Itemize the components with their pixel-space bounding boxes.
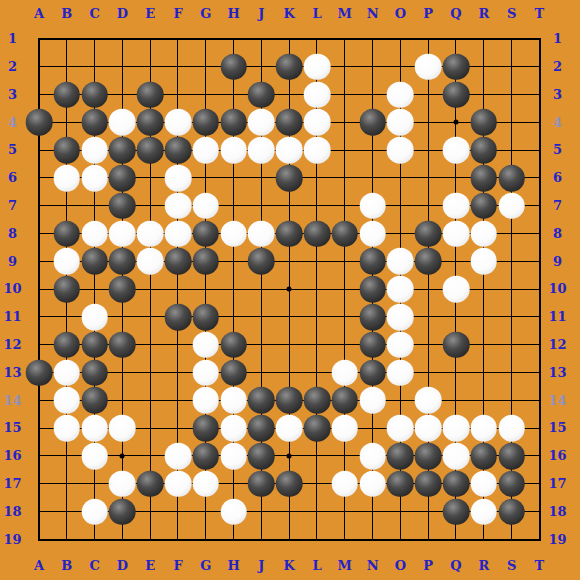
intersection-C8[interactable] — [81, 220, 109, 248]
intersection-Q16[interactable] — [442, 442, 470, 470]
intersection-P19[interactable] — [414, 525, 442, 553]
intersection-F6[interactable] — [164, 164, 192, 192]
intersection-L11[interactable] — [303, 303, 331, 331]
intersection-N1[interactable] — [359, 25, 387, 53]
intersection-L12[interactable] — [303, 331, 331, 359]
intersection-M7[interactable] — [331, 192, 359, 220]
intersection-M16[interactable] — [331, 442, 359, 470]
intersection-D10[interactable] — [108, 275, 136, 303]
intersection-Q2[interactable] — [442, 53, 470, 81]
intersection-R11[interactable] — [470, 303, 498, 331]
intersection-G19[interactable] — [192, 525, 220, 553]
intersection-L6[interactable] — [303, 164, 331, 192]
intersection-E18[interactable] — [136, 498, 164, 526]
intersection-L14[interactable] — [303, 386, 331, 414]
intersection-Q15[interactable] — [442, 414, 470, 442]
intersection-F1[interactable] — [164, 25, 192, 53]
intersection-C1[interactable] — [81, 25, 109, 53]
intersection-A6[interactable] — [25, 164, 53, 192]
intersection-L8[interactable] — [303, 220, 331, 248]
intersection-G15[interactable] — [192, 414, 220, 442]
intersection-E8[interactable] — [136, 220, 164, 248]
intersection-H9[interactable] — [220, 247, 248, 275]
intersection-P7[interactable] — [414, 192, 442, 220]
intersection-L13[interactable] — [303, 359, 331, 387]
intersection-K8[interactable] — [275, 220, 303, 248]
intersection-R15[interactable] — [470, 414, 498, 442]
intersection-K4[interactable] — [275, 108, 303, 136]
intersection-J18[interactable] — [247, 498, 275, 526]
intersection-M2[interactable] — [331, 53, 359, 81]
intersection-P6[interactable] — [414, 164, 442, 192]
intersection-R17[interactable] — [470, 470, 498, 498]
intersection-E17[interactable] — [136, 470, 164, 498]
intersection-M15[interactable] — [331, 414, 359, 442]
intersection-H16[interactable] — [220, 442, 248, 470]
intersection-C15[interactable] — [81, 414, 109, 442]
intersection-B19[interactable] — [53, 525, 81, 553]
intersection-A3[interactable] — [25, 81, 53, 109]
intersection-Q3[interactable] — [442, 81, 470, 109]
intersection-E19[interactable] — [136, 525, 164, 553]
intersection-S2[interactable] — [498, 53, 526, 81]
intersection-E3[interactable] — [136, 81, 164, 109]
intersection-M13[interactable] — [331, 359, 359, 387]
intersection-D4[interactable] — [108, 108, 136, 136]
intersection-A13[interactable] — [25, 359, 53, 387]
intersection-C14[interactable] — [81, 386, 109, 414]
intersection-E7[interactable] — [136, 192, 164, 220]
intersection-C13[interactable] — [81, 359, 109, 387]
intersection-K13[interactable] — [275, 359, 303, 387]
intersection-K18[interactable] — [275, 498, 303, 526]
intersection-J3[interactable] — [247, 81, 275, 109]
intersection-R5[interactable] — [470, 136, 498, 164]
intersection-S4[interactable] — [498, 108, 526, 136]
intersection-B7[interactable] — [53, 192, 81, 220]
intersection-G7[interactable] — [192, 192, 220, 220]
intersection-G2[interactable] — [192, 53, 220, 81]
intersection-H15[interactable] — [220, 414, 248, 442]
intersection-G4[interactable] — [192, 108, 220, 136]
intersection-C6[interactable] — [81, 164, 109, 192]
intersection-G14[interactable] — [192, 386, 220, 414]
intersection-O5[interactable] — [386, 136, 414, 164]
intersection-P2[interactable] — [414, 53, 442, 81]
intersection-P11[interactable] — [414, 303, 442, 331]
intersection-L7[interactable] — [303, 192, 331, 220]
intersection-A1[interactable] — [25, 25, 53, 53]
intersection-C10[interactable] — [81, 275, 109, 303]
intersection-J8[interactable] — [247, 220, 275, 248]
intersection-H12[interactable] — [220, 331, 248, 359]
intersection-H1[interactable] — [220, 25, 248, 53]
intersection-H7[interactable] — [220, 192, 248, 220]
intersection-F17[interactable] — [164, 470, 192, 498]
intersection-G13[interactable] — [192, 359, 220, 387]
intersection-S19[interactable] — [498, 525, 526, 553]
intersection-S10[interactable] — [498, 275, 526, 303]
intersection-O16[interactable] — [386, 442, 414, 470]
intersection-O15[interactable] — [386, 414, 414, 442]
intersection-B5[interactable] — [53, 136, 81, 164]
intersection-F11[interactable] — [164, 303, 192, 331]
intersection-K7[interactable] — [275, 192, 303, 220]
intersection-Q18[interactable] — [442, 498, 470, 526]
intersection-Q19[interactable] — [442, 525, 470, 553]
intersection-R19[interactable] — [470, 525, 498, 553]
intersection-M6[interactable] — [331, 164, 359, 192]
intersection-O10[interactable] — [386, 275, 414, 303]
intersection-K16[interactable] — [275, 442, 303, 470]
intersection-M14[interactable] — [331, 386, 359, 414]
intersection-O3[interactable] — [386, 81, 414, 109]
intersection-H6[interactable] — [220, 164, 248, 192]
intersection-B1[interactable] — [53, 25, 81, 53]
intersection-G11[interactable] — [192, 303, 220, 331]
intersection-B3[interactable] — [53, 81, 81, 109]
intersection-J12[interactable] — [247, 331, 275, 359]
intersection-N17[interactable] — [359, 470, 387, 498]
intersection-J7[interactable] — [247, 192, 275, 220]
intersection-N11[interactable] — [359, 303, 387, 331]
intersection-C5[interactable] — [81, 136, 109, 164]
intersection-J17[interactable] — [247, 470, 275, 498]
intersection-P8[interactable] — [414, 220, 442, 248]
intersection-A4[interactable] — [25, 108, 53, 136]
intersection-D9[interactable] — [108, 247, 136, 275]
intersection-S12[interactable] — [498, 331, 526, 359]
intersection-L10[interactable] — [303, 275, 331, 303]
intersection-E6[interactable] — [136, 164, 164, 192]
intersection-F12[interactable] — [164, 331, 192, 359]
intersection-H11[interactable] — [220, 303, 248, 331]
intersection-R4[interactable] — [470, 108, 498, 136]
intersection-A14[interactable] — [25, 386, 53, 414]
intersection-N19[interactable] — [359, 525, 387, 553]
intersection-F15[interactable] — [164, 414, 192, 442]
intersection-O12[interactable] — [386, 331, 414, 359]
intersection-F8[interactable] — [164, 220, 192, 248]
intersection-A11[interactable] — [25, 303, 53, 331]
intersection-H14[interactable] — [220, 386, 248, 414]
intersection-L18[interactable] — [303, 498, 331, 526]
intersection-B18[interactable] — [53, 498, 81, 526]
intersection-N5[interactable] — [359, 136, 387, 164]
intersection-C2[interactable] — [81, 53, 109, 81]
intersection-C11[interactable] — [81, 303, 109, 331]
intersection-A8[interactable] — [25, 220, 53, 248]
intersection-R12[interactable] — [470, 331, 498, 359]
intersection-B15[interactable] — [53, 414, 81, 442]
intersection-D8[interactable] — [108, 220, 136, 248]
intersection-J1[interactable] — [247, 25, 275, 53]
intersection-Q8[interactable] — [442, 220, 470, 248]
intersection-D5[interactable] — [108, 136, 136, 164]
intersection-O18[interactable] — [386, 498, 414, 526]
intersection-K10[interactable] — [275, 275, 303, 303]
intersection-B8[interactable] — [53, 220, 81, 248]
intersection-A12[interactable] — [25, 331, 53, 359]
intersection-S15[interactable] — [498, 414, 526, 442]
intersection-D11[interactable] — [108, 303, 136, 331]
intersection-S7[interactable] — [498, 192, 526, 220]
intersection-F3[interactable] — [164, 81, 192, 109]
intersection-P16[interactable] — [414, 442, 442, 470]
intersection-H8[interactable] — [220, 220, 248, 248]
intersection-H5[interactable] — [220, 136, 248, 164]
intersection-G18[interactable] — [192, 498, 220, 526]
intersection-K5[interactable] — [275, 136, 303, 164]
intersection-B14[interactable] — [53, 386, 81, 414]
intersection-S8[interactable] — [498, 220, 526, 248]
intersection-E2[interactable] — [136, 53, 164, 81]
intersection-E4[interactable] — [136, 108, 164, 136]
intersection-N4[interactable] — [359, 108, 387, 136]
intersection-M1[interactable] — [331, 25, 359, 53]
intersection-R1[interactable] — [470, 25, 498, 53]
intersection-Q7[interactable] — [442, 192, 470, 220]
intersection-N6[interactable] — [359, 164, 387, 192]
intersection-F4[interactable] — [164, 108, 192, 136]
intersection-D12[interactable] — [108, 331, 136, 359]
intersection-D7[interactable] — [108, 192, 136, 220]
intersection-Q1[interactable] — [442, 25, 470, 53]
intersection-H2[interactable] — [220, 53, 248, 81]
intersection-L19[interactable] — [303, 525, 331, 553]
intersection-S17[interactable] — [498, 470, 526, 498]
intersection-P4[interactable] — [414, 108, 442, 136]
intersection-P5[interactable] — [414, 136, 442, 164]
intersection-O9[interactable] — [386, 247, 414, 275]
intersection-R10[interactable] — [470, 275, 498, 303]
intersection-L17[interactable] — [303, 470, 331, 498]
intersection-N9[interactable] — [359, 247, 387, 275]
intersection-J5[interactable] — [247, 136, 275, 164]
intersection-E14[interactable] — [136, 386, 164, 414]
intersection-L1[interactable] — [303, 25, 331, 53]
intersection-D2[interactable] — [108, 53, 136, 81]
intersection-E11[interactable] — [136, 303, 164, 331]
intersection-Q14[interactable] — [442, 386, 470, 414]
intersection-R2[interactable] — [470, 53, 498, 81]
intersection-S9[interactable] — [498, 247, 526, 275]
intersection-R7[interactable] — [470, 192, 498, 220]
intersection-O6[interactable] — [386, 164, 414, 192]
intersection-H4[interactable] — [220, 108, 248, 136]
intersection-P9[interactable] — [414, 247, 442, 275]
intersection-O19[interactable] — [386, 525, 414, 553]
intersection-G1[interactable] — [192, 25, 220, 53]
intersection-S14[interactable] — [498, 386, 526, 414]
intersection-C12[interactable] — [81, 331, 109, 359]
intersection-P18[interactable] — [414, 498, 442, 526]
intersection-B16[interactable] — [53, 442, 81, 470]
intersection-G3[interactable] — [192, 81, 220, 109]
intersection-D15[interactable] — [108, 414, 136, 442]
intersection-D17[interactable] — [108, 470, 136, 498]
intersection-K14[interactable] — [275, 386, 303, 414]
intersection-F18[interactable] — [164, 498, 192, 526]
intersection-D14[interactable] — [108, 386, 136, 414]
intersection-R16[interactable] — [470, 442, 498, 470]
intersection-F13[interactable] — [164, 359, 192, 387]
intersection-C19[interactable] — [81, 525, 109, 553]
intersection-Q17[interactable] — [442, 470, 470, 498]
intersection-P1[interactable] — [414, 25, 442, 53]
intersection-L3[interactable] — [303, 81, 331, 109]
intersection-K3[interactable] — [275, 81, 303, 109]
intersection-B4[interactable] — [53, 108, 81, 136]
intersection-A2[interactable] — [25, 53, 53, 81]
intersection-O14[interactable] — [386, 386, 414, 414]
intersection-L4[interactable] — [303, 108, 331, 136]
intersection-S3[interactable] — [498, 81, 526, 109]
intersection-N8[interactable] — [359, 220, 387, 248]
intersection-M18[interactable] — [331, 498, 359, 526]
intersection-Q12[interactable] — [442, 331, 470, 359]
intersection-D13[interactable] — [108, 359, 136, 387]
intersection-D3[interactable] — [108, 81, 136, 109]
intersection-C4[interactable] — [81, 108, 109, 136]
intersection-H18[interactable] — [220, 498, 248, 526]
intersection-Q11[interactable] — [442, 303, 470, 331]
intersection-E16[interactable] — [136, 442, 164, 470]
intersection-K6[interactable] — [275, 164, 303, 192]
intersection-B13[interactable] — [53, 359, 81, 387]
intersection-S5[interactable] — [498, 136, 526, 164]
intersection-D6[interactable] — [108, 164, 136, 192]
intersection-E5[interactable] — [136, 136, 164, 164]
intersection-J2[interactable] — [247, 53, 275, 81]
intersection-B10[interactable] — [53, 275, 81, 303]
intersection-D18[interactable] — [108, 498, 136, 526]
intersection-F7[interactable] — [164, 192, 192, 220]
intersection-M8[interactable] — [331, 220, 359, 248]
intersection-R18[interactable] — [470, 498, 498, 526]
intersection-J13[interactable] — [247, 359, 275, 387]
intersection-G5[interactable] — [192, 136, 220, 164]
intersection-S13[interactable] — [498, 359, 526, 387]
intersection-G10[interactable] — [192, 275, 220, 303]
intersection-B12[interactable] — [53, 331, 81, 359]
intersection-K15[interactable] — [275, 414, 303, 442]
intersection-Q9[interactable] — [442, 247, 470, 275]
intersection-O11[interactable] — [386, 303, 414, 331]
intersection-G17[interactable] — [192, 470, 220, 498]
intersection-S1[interactable] — [498, 25, 526, 53]
intersection-R3[interactable] — [470, 81, 498, 109]
intersection-A17[interactable] — [25, 470, 53, 498]
intersection-M4[interactable] — [331, 108, 359, 136]
intersection-M19[interactable] — [331, 525, 359, 553]
intersection-D19[interactable] — [108, 525, 136, 553]
intersection-J10[interactable] — [247, 275, 275, 303]
intersection-H19[interactable] — [220, 525, 248, 553]
intersection-B2[interactable] — [53, 53, 81, 81]
intersection-S16[interactable] — [498, 442, 526, 470]
intersection-C9[interactable] — [81, 247, 109, 275]
intersection-K12[interactable] — [275, 331, 303, 359]
intersection-E13[interactable] — [136, 359, 164, 387]
intersection-O2[interactable] — [386, 53, 414, 81]
intersection-A7[interactable] — [25, 192, 53, 220]
intersection-J11[interactable] — [247, 303, 275, 331]
intersection-A19[interactable] — [25, 525, 53, 553]
intersection-M10[interactable] — [331, 275, 359, 303]
intersection-R8[interactable] — [470, 220, 498, 248]
intersection-R6[interactable] — [470, 164, 498, 192]
intersection-L15[interactable] — [303, 414, 331, 442]
intersection-F14[interactable] — [164, 386, 192, 414]
intersection-O13[interactable] — [386, 359, 414, 387]
intersection-J16[interactable] — [247, 442, 275, 470]
intersection-P3[interactable] — [414, 81, 442, 109]
intersection-P17[interactable] — [414, 470, 442, 498]
intersection-K17[interactable] — [275, 470, 303, 498]
intersection-R14[interactable] — [470, 386, 498, 414]
intersection-F5[interactable] — [164, 136, 192, 164]
intersection-M17[interactable] — [331, 470, 359, 498]
intersection-H3[interactable] — [220, 81, 248, 109]
intersection-O7[interactable] — [386, 192, 414, 220]
intersection-C17[interactable] — [81, 470, 109, 498]
intersection-Q6[interactable] — [442, 164, 470, 192]
intersection-P13[interactable] — [414, 359, 442, 387]
intersection-H17[interactable] — [220, 470, 248, 498]
intersection-N18[interactable] — [359, 498, 387, 526]
intersection-E15[interactable] — [136, 414, 164, 442]
intersection-Q5[interactable] — [442, 136, 470, 164]
intersection-G6[interactable] — [192, 164, 220, 192]
intersection-N16[interactable] — [359, 442, 387, 470]
intersection-M9[interactable] — [331, 247, 359, 275]
intersection-M3[interactable] — [331, 81, 359, 109]
intersection-N14[interactable] — [359, 386, 387, 414]
intersection-C18[interactable] — [81, 498, 109, 526]
intersection-K2[interactable] — [275, 53, 303, 81]
intersection-P10[interactable] — [414, 275, 442, 303]
intersection-G16[interactable] — [192, 442, 220, 470]
intersection-J14[interactable] — [247, 386, 275, 414]
intersection-G9[interactable] — [192, 247, 220, 275]
intersection-C3[interactable] — [81, 81, 109, 109]
intersection-J19[interactable] — [247, 525, 275, 553]
intersection-B17[interactable] — [53, 470, 81, 498]
intersection-N13[interactable] — [359, 359, 387, 387]
intersection-L9[interactable] — [303, 247, 331, 275]
intersection-O8[interactable] — [386, 220, 414, 248]
intersection-O4[interactable] — [386, 108, 414, 136]
intersection-K9[interactable] — [275, 247, 303, 275]
intersection-H13[interactable] — [220, 359, 248, 387]
intersection-N2[interactable] — [359, 53, 387, 81]
intersection-N7[interactable] — [359, 192, 387, 220]
intersection-G8[interactable] — [192, 220, 220, 248]
intersection-L16[interactable] — [303, 442, 331, 470]
intersection-L5[interactable] — [303, 136, 331, 164]
intersection-A5[interactable] — [25, 136, 53, 164]
intersection-J4[interactable] — [247, 108, 275, 136]
intersection-M12[interactable] — [331, 331, 359, 359]
intersection-C7[interactable] — [81, 192, 109, 220]
intersection-P15[interactable] — [414, 414, 442, 442]
intersection-R9[interactable] — [470, 247, 498, 275]
intersection-K1[interactable] — [275, 25, 303, 53]
intersection-A9[interactable] — [25, 247, 53, 275]
intersection-E12[interactable] — [136, 331, 164, 359]
intersection-E9[interactable] — [136, 247, 164, 275]
